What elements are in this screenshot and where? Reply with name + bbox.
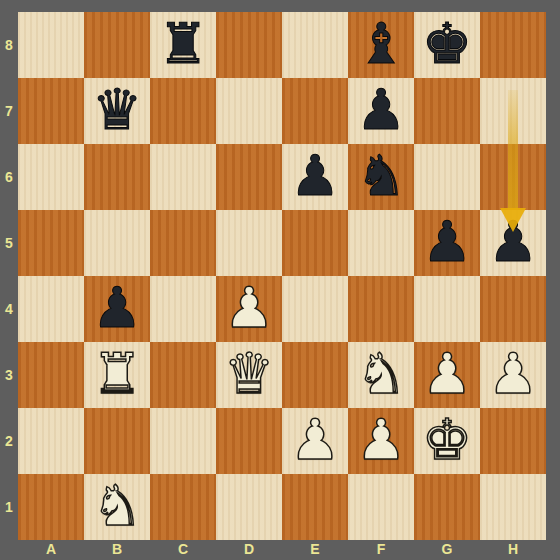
- square-b1[interactable]: ♞: [84, 474, 150, 540]
- square-c2[interactable]: [150, 408, 216, 474]
- square-e5[interactable]: [282, 210, 348, 276]
- square-f8[interactable]: ♝: [348, 12, 414, 78]
- piece-white-knight-f3[interactable]: ♞: [348, 342, 414, 408]
- square-b5[interactable]: [84, 210, 150, 276]
- square-a7[interactable]: [18, 78, 84, 144]
- square-h3[interactable]: ♟: [480, 342, 546, 408]
- square-d4[interactable]: ♟: [216, 276, 282, 342]
- piece-black-queen-b7[interactable]: ♛: [84, 78, 150, 144]
- piece-white-pawn-f2[interactable]: ♟: [348, 408, 414, 474]
- rank-label-2: 2: [0, 408, 18, 474]
- square-e7[interactable]: [282, 78, 348, 144]
- square-e8[interactable]: [282, 12, 348, 78]
- square-c6[interactable]: [150, 144, 216, 210]
- square-h7[interactable]: [480, 78, 546, 144]
- piece-black-pawn-e6[interactable]: ♟: [282, 144, 348, 210]
- square-a8[interactable]: [18, 12, 84, 78]
- square-f6[interactable]: ♞: [348, 144, 414, 210]
- square-f3[interactable]: ♞: [348, 342, 414, 408]
- piece-black-rook-c8[interactable]: ♜: [150, 12, 216, 78]
- piece-white-pawn-h3[interactable]: ♟: [480, 342, 546, 408]
- square-e2[interactable]: ♟: [282, 408, 348, 474]
- square-c7[interactable]: [150, 78, 216, 144]
- square-c1[interactable]: [150, 474, 216, 540]
- piece-black-pawn-b4[interactable]: ♟: [84, 276, 150, 342]
- square-c4[interactable]: [150, 276, 216, 342]
- square-g7[interactable]: [414, 78, 480, 144]
- square-e1[interactable]: [282, 474, 348, 540]
- square-g3[interactable]: ♟: [414, 342, 480, 408]
- square-f5[interactable]: [348, 210, 414, 276]
- square-h8[interactable]: [480, 12, 546, 78]
- piece-black-king-g8[interactable]: ♚: [414, 12, 480, 78]
- square-g6[interactable]: [414, 144, 480, 210]
- square-g8[interactable]: ♚: [414, 12, 480, 78]
- square-h5[interactable]: ♟: [480, 210, 546, 276]
- square-g1[interactable]: [414, 474, 480, 540]
- rank-label-8: 8: [0, 12, 18, 78]
- square-b4[interactable]: ♟: [84, 276, 150, 342]
- square-g4[interactable]: [414, 276, 480, 342]
- square-c5[interactable]: [150, 210, 216, 276]
- square-f7[interactable]: ♟: [348, 78, 414, 144]
- square-e4[interactable]: [282, 276, 348, 342]
- square-b7[interactable]: ♛: [84, 78, 150, 144]
- square-e3[interactable]: [282, 342, 348, 408]
- rank-label-7: 7: [0, 78, 18, 144]
- square-b3[interactable]: ♜: [84, 342, 150, 408]
- piece-black-bishop-f8[interactable]: ♝: [348, 12, 414, 78]
- rank-label-5: 5: [0, 210, 18, 276]
- piece-white-pawn-g3[interactable]: ♟: [414, 342, 480, 408]
- square-a3[interactable]: [18, 342, 84, 408]
- square-d5[interactable]: [216, 210, 282, 276]
- square-e6[interactable]: ♟: [282, 144, 348, 210]
- piece-white-knight-b1[interactable]: ♞: [84, 474, 150, 540]
- square-h1[interactable]: [480, 474, 546, 540]
- piece-black-pawn-h5[interactable]: ♟: [480, 210, 546, 276]
- file-label-H: H: [480, 540, 546, 560]
- square-d8[interactable]: [216, 12, 282, 78]
- square-b6[interactable]: [84, 144, 150, 210]
- rank-label-1: 1: [0, 474, 18, 540]
- piece-black-knight-f6[interactable]: ♞: [348, 144, 414, 210]
- file-label-D: D: [216, 540, 282, 560]
- square-f1[interactable]: [348, 474, 414, 540]
- square-c8[interactable]: ♜: [150, 12, 216, 78]
- piece-black-pawn-f7[interactable]: ♟: [348, 78, 414, 144]
- square-d7[interactable]: [216, 78, 282, 144]
- square-h4[interactable]: [480, 276, 546, 342]
- file-label-B: B: [84, 540, 150, 560]
- square-g5[interactable]: ♟: [414, 210, 480, 276]
- square-a2[interactable]: [18, 408, 84, 474]
- piece-white-rook-b3[interactable]: ♜: [84, 342, 150, 408]
- square-c3[interactable]: [150, 342, 216, 408]
- piece-black-pawn-g5[interactable]: ♟: [414, 210, 480, 276]
- file-label-E: E: [282, 540, 348, 560]
- square-f4[interactable]: [348, 276, 414, 342]
- square-h6[interactable]: [480, 144, 546, 210]
- piece-white-pawn-e2[interactable]: ♟: [282, 408, 348, 474]
- square-a6[interactable]: [18, 144, 84, 210]
- piece-white-king-g2[interactable]: ♚: [414, 408, 480, 474]
- square-h2[interactable]: [480, 408, 546, 474]
- square-b2[interactable]: [84, 408, 150, 474]
- square-d1[interactable]: [216, 474, 282, 540]
- piece-white-pawn-d4[interactable]: ♟: [216, 276, 282, 342]
- square-b8[interactable]: [84, 12, 150, 78]
- square-d6[interactable]: [216, 144, 282, 210]
- rank-label-6: 6: [0, 144, 18, 210]
- square-d3[interactable]: ♛: [216, 342, 282, 408]
- file-label-C: C: [150, 540, 216, 560]
- square-d2[interactable]: [216, 408, 282, 474]
- chess-board[interactable]: ♜♝♚♛♟♟♞♟♟♟♟♜♛♞♟♟♟♟♚♞: [18, 12, 546, 540]
- square-a5[interactable]: [18, 210, 84, 276]
- file-label-F: F: [348, 540, 414, 560]
- square-a1[interactable]: [18, 474, 84, 540]
- rank-label-3: 3: [0, 342, 18, 408]
- rank-label-4: 4: [0, 276, 18, 342]
- square-f2[interactable]: ♟: [348, 408, 414, 474]
- square-g2[interactable]: ♚: [414, 408, 480, 474]
- piece-white-queen-d3[interactable]: ♛: [216, 342, 282, 408]
- file-label-A: A: [18, 540, 84, 560]
- square-a4[interactable]: [18, 276, 84, 342]
- file-label-G: G: [414, 540, 480, 560]
- chess-board-frame: ♜♝♚♛♟♟♞♟♟♟♟♜♛♞♟♟♟♟♚♞ 87654321 ABCDEFGH: [0, 0, 560, 560]
